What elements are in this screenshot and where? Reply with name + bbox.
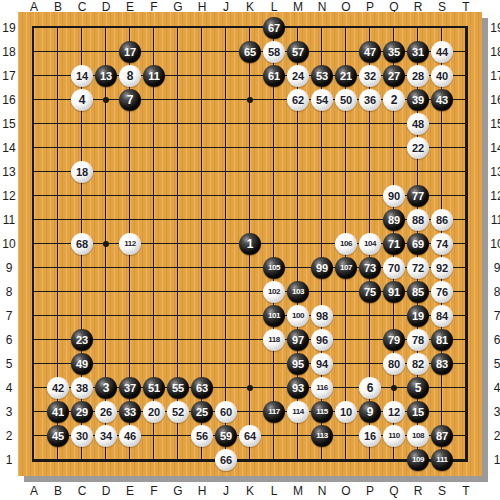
board-grid: 1234567891011121314151617181920212223242… [22, 16, 478, 472]
row-label-left-14: 14 [1, 136, 17, 160]
row-label-left-5: 5 [1, 352, 17, 376]
go-kifu-screenshot: ABCDEFGHJKLMNOPQRST 19181716151413121110… [0, 0, 500, 500]
row-label-left-11: 11 [1, 208, 17, 232]
stone-black-73-P9: 73 [359, 257, 381, 279]
row-label-right-17: 17 [489, 64, 500, 88]
stone-white-28-R17: 28 [407, 65, 429, 87]
stone-white-102-L8: 102 [263, 281, 285, 303]
stone-white-90-Q12: 90 [383, 185, 405, 207]
stone-black-109-R1: 109 [407, 449, 429, 471]
stone-black-9-P3: 9 [359, 401, 381, 423]
stone-black-15-R3: 15 [407, 401, 429, 423]
stone-white-16-P2: 16 [359, 425, 381, 447]
stone-black-71-Q10: 71 [383, 233, 405, 255]
row-label-left-4: 4 [1, 376, 17, 400]
stone-white-62-M16: 62 [287, 89, 309, 111]
stone-white-58-L18: 58 [263, 41, 285, 63]
stone-white-98-N7: 98 [311, 305, 333, 327]
row-label-left-2: 2 [1, 424, 17, 448]
col-label-bottom-F: F [142, 484, 166, 498]
row-label-left-16: 16 [1, 88, 17, 112]
row-label-left-19: 19 [1, 16, 17, 40]
stone-black-85-R8: 85 [407, 281, 429, 303]
row-labels-right: 19181716151413121110987654321 [489, 16, 500, 472]
row-label-left-17: 17 [1, 64, 17, 88]
row-label-right-13: 13 [489, 160, 500, 184]
row-label-right-16: 16 [489, 88, 500, 112]
stone-black-49-C5: 49 [71, 353, 93, 375]
star-point-D10 [103, 241, 109, 247]
col-label-bottom-S: S [430, 484, 454, 498]
stone-white-36-P16: 36 [359, 89, 381, 111]
stone-black-7-E16: 7 [119, 89, 141, 111]
stone-white-86-S11: 86 [431, 209, 453, 231]
col-label-bottom-K: K [238, 484, 262, 498]
row-label-right-19: 19 [489, 16, 500, 40]
stone-white-46-E2: 46 [119, 425, 141, 447]
row-label-left-12: 12 [1, 184, 17, 208]
stone-white-78-R6: 78 [407, 329, 429, 351]
stone-white-50-O16: 50 [335, 89, 357, 111]
stone-white-74-S10: 74 [431, 233, 453, 255]
stone-black-77-R12: 77 [407, 185, 429, 207]
star-point-D16 [103, 97, 109, 103]
stone-black-111-S1: 111 [431, 449, 453, 471]
row-label-right-15: 15 [489, 112, 500, 136]
stone-black-37-E4: 37 [119, 377, 141, 399]
row-label-right-5: 5 [489, 352, 500, 376]
stone-white-42-B4: 42 [47, 377, 69, 399]
stone-black-107-O9: 107 [335, 257, 357, 279]
stone-white-82-R5: 82 [407, 353, 429, 375]
stone-white-118-L6: 118 [263, 329, 285, 351]
stone-white-4-C16: 4 [71, 89, 93, 111]
row-label-left-3: 3 [1, 400, 17, 424]
stone-white-52-G3: 52 [167, 401, 189, 423]
col-label-bottom-R: R [406, 484, 430, 498]
stone-white-54-N16: 54 [311, 89, 333, 111]
row-label-right-2: 2 [489, 424, 500, 448]
go-board[interactable]: 1234567891011121314151617181920212223242… [18, 12, 482, 476]
stone-white-48-R15: 48 [407, 113, 429, 135]
stone-black-113-N2: 113 [311, 425, 333, 447]
stone-black-63-H4: 63 [191, 377, 213, 399]
row-label-right-4: 4 [489, 376, 500, 400]
stone-white-2-Q16: 2 [383, 89, 405, 111]
stone-white-20-F3: 20 [143, 401, 165, 423]
stone-black-67-L19: 67 [263, 17, 285, 39]
col-label-bottom-G: G [166, 484, 190, 498]
stone-white-80-Q5: 80 [383, 353, 405, 375]
stone-black-47-P18: 47 [359, 41, 381, 63]
stone-black-33-E3: 33 [119, 401, 141, 423]
col-label-bottom-A: A [22, 484, 46, 498]
stone-black-25-H3: 25 [191, 401, 213, 423]
col-label-bottom-P: P [358, 484, 382, 498]
stone-black-83-S5: 83 [431, 353, 453, 375]
stone-white-24-M17: 24 [287, 65, 309, 87]
row-label-left-15: 15 [1, 112, 17, 136]
row-label-left-7: 7 [1, 304, 17, 328]
col-label-bottom-Q: Q [382, 484, 406, 498]
stone-white-8-E17: 8 [119, 65, 141, 87]
stone-white-92-S9: 92 [431, 257, 453, 279]
stone-black-89-Q11: 89 [383, 209, 405, 231]
stone-white-60-J3: 60 [215, 401, 237, 423]
stone-black-75-P8: 75 [359, 281, 381, 303]
row-label-right-12: 12 [489, 184, 500, 208]
stone-white-40-S17: 40 [431, 65, 453, 87]
stone-white-64-K2: 64 [239, 425, 261, 447]
stone-black-31-R18: 31 [407, 41, 429, 63]
stone-black-103-M8: 103 [287, 281, 309, 303]
stone-black-115-N3: 115 [311, 401, 333, 423]
row-label-right-10: 10 [489, 232, 500, 256]
stone-black-65-K18: 65 [239, 41, 261, 63]
stone-black-57-M18: 57 [287, 41, 309, 63]
stone-black-3-D4: 3 [95, 377, 117, 399]
stone-white-96-N6: 96 [311, 329, 333, 351]
row-label-right-18: 18 [489, 40, 500, 64]
row-label-right-7: 7 [489, 304, 500, 328]
col-label-bottom-E: E [118, 484, 142, 498]
stone-white-110-Q2: 110 [383, 425, 405, 447]
stone-black-51-F4: 51 [143, 377, 165, 399]
row-label-left-13: 13 [1, 160, 17, 184]
row-label-left-10: 10 [1, 232, 17, 256]
stone-black-5-R4: 5 [407, 377, 429, 399]
row-label-right-6: 6 [489, 328, 500, 352]
stone-white-32-P17: 32 [359, 65, 381, 87]
stone-white-112-E10: 112 [119, 233, 141, 255]
star-point-Q4 [391, 385, 397, 391]
star-point-K4 [247, 385, 253, 391]
row-label-right-1: 1 [489, 448, 500, 472]
stone-black-69-R10: 69 [407, 233, 429, 255]
stone-black-29-C3: 29 [71, 401, 93, 423]
row-labels-left: 19181716151413121110987654321 [1, 16, 17, 472]
stone-black-97-M6: 97 [287, 329, 309, 351]
stone-black-17-E18: 17 [119, 41, 141, 63]
stone-white-44-S18: 44 [431, 41, 453, 63]
col-label-bottom-D: D [94, 484, 118, 498]
stone-black-99-N9: 99 [311, 257, 333, 279]
stone-black-81-S6: 81 [431, 329, 453, 351]
stone-black-59-J2: 59 [215, 425, 237, 447]
row-label-right-11: 11 [489, 208, 500, 232]
stone-black-19-R7: 19 [407, 305, 429, 327]
stone-white-12-Q3: 12 [383, 401, 405, 423]
stone-black-1-K10: 1 [239, 233, 261, 255]
stone-black-105-L9: 105 [263, 257, 285, 279]
col-label-bottom-C: C [70, 484, 94, 498]
stone-black-61-L17: 61 [263, 65, 285, 87]
stone-black-23-C6: 23 [71, 329, 93, 351]
col-label-bottom-B: B [46, 484, 70, 498]
col-label-bottom-M: M [286, 484, 310, 498]
stone-white-18-C13: 18 [71, 161, 93, 183]
stone-white-114-M3: 114 [287, 401, 309, 423]
stone-white-72-R9: 72 [407, 257, 429, 279]
row-label-right-8: 8 [489, 280, 500, 304]
stone-white-34-D2: 34 [95, 425, 117, 447]
row-label-left-1: 1 [1, 448, 17, 472]
stone-black-35-Q18: 35 [383, 41, 405, 63]
stone-white-94-N5: 94 [311, 353, 333, 375]
stone-white-84-S7: 84 [431, 305, 453, 327]
stone-white-100-M7: 100 [287, 305, 309, 327]
stone-black-91-Q8: 91 [383, 281, 405, 303]
stone-black-117-L3: 117 [263, 401, 285, 423]
stone-white-104-P10: 104 [359, 233, 381, 255]
col-label-bottom-H: H [190, 484, 214, 498]
stone-white-88-R11: 88 [407, 209, 429, 231]
stone-white-70-Q9: 70 [383, 257, 405, 279]
stone-white-30-C2: 30 [71, 425, 93, 447]
stone-black-87-S2: 87 [431, 425, 453, 447]
row-label-left-18: 18 [1, 40, 17, 64]
col-label-bottom-L: L [262, 484, 286, 498]
stone-black-55-G4: 55 [167, 377, 189, 399]
stone-black-93-M4: 93 [287, 377, 309, 399]
stone-white-116-N4: 116 [311, 377, 333, 399]
stone-black-101-L7: 101 [263, 305, 285, 327]
stone-white-14-C17: 14 [71, 65, 93, 87]
row-label-left-6: 6 [1, 328, 17, 352]
col-label-bottom-N: N [310, 484, 334, 498]
col-label-bottom-O: O [334, 484, 358, 498]
stone-white-106-O10: 106 [335, 233, 357, 255]
col-label-bottom-T: T [454, 484, 478, 498]
stone-black-53-N17: 53 [311, 65, 333, 87]
stone-black-13-D17: 13 [95, 65, 117, 87]
stone-white-38-C4: 38 [71, 377, 93, 399]
stone-white-108-R2: 108 [407, 425, 429, 447]
stone-white-6-P4: 6 [359, 377, 381, 399]
stone-white-56-H2: 56 [191, 425, 213, 447]
stone-white-26-D3: 26 [95, 401, 117, 423]
row-label-left-8: 8 [1, 280, 17, 304]
stone-white-68-C10: 68 [71, 233, 93, 255]
stone-white-22-R14: 22 [407, 137, 429, 159]
stone-black-45-B2: 45 [47, 425, 69, 447]
star-point-K16 [247, 97, 253, 103]
row-label-left-9: 9 [1, 256, 17, 280]
stone-black-95-M5: 95 [287, 353, 309, 375]
row-label-right-3: 3 [489, 400, 500, 424]
column-labels-bottom: ABCDEFGHJKLMNOPQRST [22, 484, 478, 497]
stone-black-27-Q17: 27 [383, 65, 405, 87]
stone-black-39-R16: 39 [407, 89, 429, 111]
row-label-right-14: 14 [489, 136, 500, 160]
stone-black-43-S16: 43 [431, 89, 453, 111]
row-label-right-9: 9 [489, 256, 500, 280]
stone-black-11-F17: 11 [143, 65, 165, 87]
stone-black-79-Q6: 79 [383, 329, 405, 351]
stone-white-76-S8: 76 [431, 281, 453, 303]
stone-black-41-B3: 41 [47, 401, 69, 423]
stone-black-21-O17: 21 [335, 65, 357, 87]
stone-white-10-O3: 10 [335, 401, 357, 423]
stone-white-66-J1: 66 [215, 449, 237, 471]
col-label-bottom-J: J [214, 484, 238, 498]
